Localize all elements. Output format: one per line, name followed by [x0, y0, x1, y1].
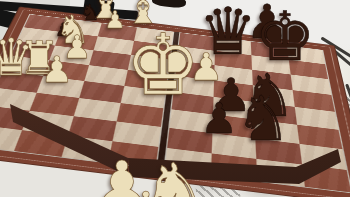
photo-chess-scene: ♝♟♝♞♟♜♟♚♟♛♟♚♟♟♞♞♛♞♟♟♟♞ [0, 0, 350, 197]
square-h7 [257, 159, 305, 187]
square-h4 [108, 141, 158, 168]
square-h6 [211, 153, 258, 181]
square-h8 [302, 164, 350, 192]
piece-white-pawn-offboard: ♟ [128, 187, 165, 197]
board-half-left [0, 14, 174, 169]
square-h5 [164, 148, 211, 175]
playing-area [0, 14, 350, 194]
board-half-right [163, 32, 350, 193]
square-h3 [61, 136, 112, 163]
square-h2 [14, 130, 67, 157]
